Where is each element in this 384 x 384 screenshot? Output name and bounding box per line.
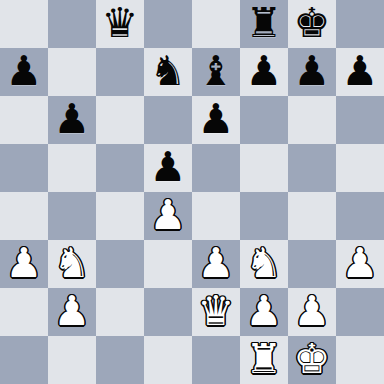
white-king[interactable]: ♚ [294,335,331,383]
square-d8[interactable] [144,0,192,48]
square-g2[interactable]: ♟ [288,288,336,336]
square-a3[interactable]: ♟ [0,240,48,288]
square-h7[interactable]: ♟ [336,48,384,96]
square-c4[interactable] [96,192,144,240]
square-e1[interactable] [192,336,240,384]
white-knight[interactable]: ♞ [246,239,283,287]
square-f7[interactable]: ♟ [240,48,288,96]
square-g4[interactable] [288,192,336,240]
square-g1[interactable]: ♚ [288,336,336,384]
square-e2[interactable]: ♛ [192,288,240,336]
square-g7[interactable]: ♟ [288,48,336,96]
square-f2[interactable]: ♟ [240,288,288,336]
square-g6[interactable] [288,96,336,144]
square-b5[interactable] [48,144,96,192]
square-e7[interactable]: ♝ [192,48,240,96]
white-pawn[interactable]: ♟ [342,239,379,287]
black-pawn[interactable]: ♟ [294,47,331,95]
square-d5[interactable]: ♟ [144,144,192,192]
black-rook[interactable]: ♜ [246,0,283,47]
square-a1[interactable] [0,336,48,384]
square-c6[interactable] [96,96,144,144]
square-a6[interactable] [0,96,48,144]
white-pawn[interactable]: ♟ [6,239,43,287]
square-b1[interactable] [48,336,96,384]
square-f4[interactable] [240,192,288,240]
square-c8[interactable]: ♛ [96,0,144,48]
square-b4[interactable] [48,192,96,240]
black-pawn[interactable]: ♟ [198,95,235,143]
square-d2[interactable] [144,288,192,336]
square-d1[interactable] [144,336,192,384]
square-h4[interactable] [336,192,384,240]
square-b6[interactable]: ♟ [48,96,96,144]
square-h5[interactable] [336,144,384,192]
square-a2[interactable] [0,288,48,336]
white-pawn[interactable]: ♟ [150,191,187,239]
square-b3[interactable]: ♞ [48,240,96,288]
square-c2[interactable] [96,288,144,336]
square-a8[interactable] [0,0,48,48]
square-b2[interactable]: ♟ [48,288,96,336]
square-f6[interactable] [240,96,288,144]
square-f5[interactable] [240,144,288,192]
black-king[interactable]: ♚ [294,0,331,47]
black-pawn[interactable]: ♟ [246,47,283,95]
black-pawn[interactable]: ♟ [150,143,187,191]
square-f8[interactable]: ♜ [240,0,288,48]
black-pawn[interactable]: ♟ [342,47,379,95]
square-c1[interactable] [96,336,144,384]
square-f1[interactable]: ♜ [240,336,288,384]
square-d4[interactable]: ♟ [144,192,192,240]
square-a7[interactable]: ♟ [0,48,48,96]
white-knight[interactable]: ♞ [54,239,91,287]
black-queen[interactable]: ♛ [102,0,139,47]
square-b8[interactable] [48,0,96,48]
black-pawn[interactable]: ♟ [54,95,91,143]
white-pawn[interactable]: ♟ [198,239,235,287]
square-d6[interactable] [144,96,192,144]
square-c3[interactable] [96,240,144,288]
square-e4[interactable] [192,192,240,240]
square-e5[interactable] [192,144,240,192]
black-knight[interactable]: ♞ [150,47,187,95]
white-queen[interactable]: ♛ [198,287,235,335]
white-rook[interactable]: ♜ [246,335,283,383]
white-pawn[interactable]: ♟ [246,287,283,335]
black-pawn[interactable]: ♟ [6,47,43,95]
square-h6[interactable] [336,96,384,144]
square-f3[interactable]: ♞ [240,240,288,288]
square-d3[interactable] [144,240,192,288]
square-g3[interactable] [288,240,336,288]
square-e3[interactable]: ♟ [192,240,240,288]
square-c5[interactable] [96,144,144,192]
square-h8[interactable] [336,0,384,48]
square-e8[interactable] [192,0,240,48]
square-e6[interactable]: ♟ [192,96,240,144]
square-h1[interactable] [336,336,384,384]
square-d7[interactable]: ♞ [144,48,192,96]
white-pawn[interactable]: ♟ [294,287,331,335]
square-a4[interactable] [0,192,48,240]
square-h3[interactable]: ♟ [336,240,384,288]
square-b7[interactable] [48,48,96,96]
square-h2[interactable] [336,288,384,336]
square-g5[interactable] [288,144,336,192]
black-bishop[interactable]: ♝ [198,47,235,95]
square-g8[interactable]: ♚ [288,0,336,48]
square-c7[interactable] [96,48,144,96]
white-pawn[interactable]: ♟ [54,287,91,335]
chess-board: ♛♜♚♟♞♝♟♟♟♟♟♟♟♟♞♟♞♟♟♛♟♟♜♚ [0,0,384,384]
square-a5[interactable] [0,144,48,192]
